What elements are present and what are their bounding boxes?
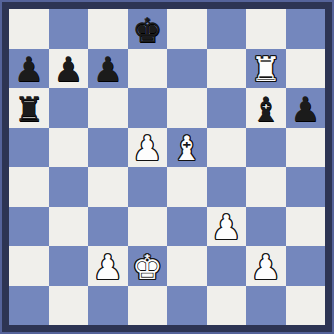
- square-h3[interactable]: [286, 207, 326, 247]
- square-b6[interactable]: [49, 88, 89, 128]
- square-a5[interactable]: [9, 128, 49, 168]
- square-e7[interactable]: [167, 49, 207, 89]
- white-king-piece: ♚: [132, 250, 162, 284]
- square-a1[interactable]: [9, 286, 49, 326]
- black-rook-piece: ♜: [14, 92, 44, 126]
- square-b1[interactable]: [49, 286, 89, 326]
- square-c4[interactable]: [88, 167, 128, 207]
- white-pawn-piece: ♟: [211, 210, 241, 244]
- square-d5[interactable]: ♟: [128, 128, 168, 168]
- square-g5[interactable]: [246, 128, 286, 168]
- square-f2[interactable]: [207, 246, 247, 286]
- square-d4[interactable]: [128, 167, 168, 207]
- square-d2[interactable]: ♚: [128, 246, 168, 286]
- white-pawn-piece: ♟: [132, 131, 162, 165]
- square-d6[interactable]: [128, 88, 168, 128]
- square-g3[interactable]: [246, 207, 286, 247]
- square-e1[interactable]: [167, 286, 207, 326]
- square-c7[interactable]: ♟: [88, 49, 128, 89]
- square-c2[interactable]: ♟: [88, 246, 128, 286]
- square-g4[interactable]: [246, 167, 286, 207]
- square-b5[interactable]: [49, 128, 89, 168]
- square-e6[interactable]: [167, 88, 207, 128]
- square-g7[interactable]: ♜: [246, 49, 286, 89]
- square-b8[interactable]: [49, 9, 89, 49]
- square-h5[interactable]: [286, 128, 326, 168]
- square-c5[interactable]: [88, 128, 128, 168]
- square-d8[interactable]: ♚: [128, 9, 168, 49]
- square-d1[interactable]: [128, 286, 168, 326]
- square-f7[interactable]: [207, 49, 247, 89]
- white-rook-piece: ♜: [251, 52, 281, 86]
- square-c3[interactable]: [88, 207, 128, 247]
- square-a2[interactable]: [9, 246, 49, 286]
- square-e2[interactable]: [167, 246, 207, 286]
- square-f5[interactable]: [207, 128, 247, 168]
- square-a3[interactable]: [9, 207, 49, 247]
- square-b4[interactable]: [49, 167, 89, 207]
- black-pawn-piece: ♟: [93, 52, 123, 86]
- white-bishop-piece: ♝: [172, 131, 202, 165]
- square-e5[interactable]: ♝: [167, 128, 207, 168]
- square-d3[interactable]: [128, 207, 168, 247]
- black-pawn-piece: ♟: [290, 92, 320, 126]
- black-pawn-piece: ♟: [53, 52, 83, 86]
- black-pawn-piece: ♟: [14, 52, 44, 86]
- square-h8[interactable]: [286, 9, 326, 49]
- square-a7[interactable]: ♟: [9, 49, 49, 89]
- square-a4[interactable]: [9, 167, 49, 207]
- black-king-piece: ♚: [132, 13, 162, 47]
- white-pawn-piece: ♟: [251, 250, 281, 284]
- square-h7[interactable]: [286, 49, 326, 89]
- square-h2[interactable]: [286, 246, 326, 286]
- square-g2[interactable]: ♟: [246, 246, 286, 286]
- square-b2[interactable]: [49, 246, 89, 286]
- square-f4[interactable]: [207, 167, 247, 207]
- square-f1[interactable]: [207, 286, 247, 326]
- square-h6[interactable]: ♟: [286, 88, 326, 128]
- black-bishop-piece: ♝: [251, 92, 281, 126]
- square-f8[interactable]: [207, 9, 247, 49]
- square-e4[interactable]: [167, 167, 207, 207]
- square-c6[interactable]: [88, 88, 128, 128]
- square-h1[interactable]: [286, 286, 326, 326]
- square-c1[interactable]: [88, 286, 128, 326]
- square-e8[interactable]: [167, 9, 207, 49]
- square-b3[interactable]: [49, 207, 89, 247]
- square-a8[interactable]: [9, 9, 49, 49]
- square-b7[interactable]: ♟: [49, 49, 89, 89]
- square-d7[interactable]: [128, 49, 168, 89]
- square-g8[interactable]: [246, 9, 286, 49]
- square-h4[interactable]: [286, 167, 326, 207]
- square-a6[interactable]: ♜: [9, 88, 49, 128]
- chess-board-frame: ♚♟♟♟♜♜♝♟♟♝♟♟♚♟: [0, 0, 334, 334]
- square-c8[interactable]: [88, 9, 128, 49]
- square-f6[interactable]: [207, 88, 247, 128]
- square-f3[interactable]: ♟: [207, 207, 247, 247]
- square-e3[interactable]: [167, 207, 207, 247]
- square-g1[interactable]: [246, 286, 286, 326]
- white-pawn-piece: ♟: [93, 250, 123, 284]
- chess-board: ♚♟♟♟♜♜♝♟♟♝♟♟♚♟: [9, 9, 325, 325]
- square-g6[interactable]: ♝: [246, 88, 286, 128]
